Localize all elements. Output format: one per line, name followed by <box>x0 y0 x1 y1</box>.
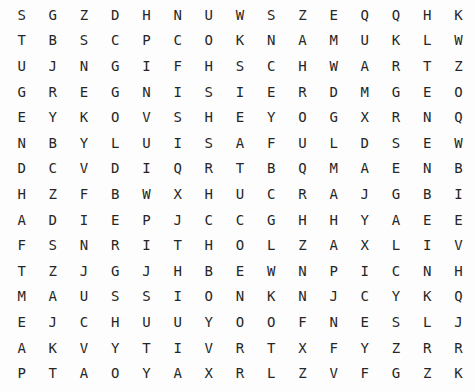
grid-cell[interactable]: P <box>318 258 349 284</box>
grid-cell[interactable]: N <box>256 28 287 54</box>
grid-cell[interactable]: Y <box>131 360 162 386</box>
grid-cell[interactable]: N <box>287 258 318 284</box>
grid-cell[interactable]: G <box>380 79 411 105</box>
grid-cell[interactable]: A <box>318 232 349 258</box>
grid-cell[interactable]: E <box>100 207 131 233</box>
grid-cell[interactable]: N <box>68 53 99 79</box>
grid-cell[interactable]: V <box>68 156 99 182</box>
grid-cell[interactable]: I <box>68 207 99 233</box>
grid-cell[interactable]: G <box>100 258 131 284</box>
grid-cell[interactable]: H <box>443 258 474 284</box>
grid-cell[interactable]: R <box>380 104 411 130</box>
grid-cell[interactable]: F <box>68 181 99 207</box>
grid-cell[interactable]: Z <box>287 232 318 258</box>
grid-cell[interactable]: X <box>193 360 224 386</box>
grid-cell[interactable]: S <box>162 104 193 130</box>
grid-cell[interactable]: H <box>318 207 349 233</box>
grid-cell[interactable]: H <box>412 2 443 28</box>
grid-cell[interactable]: W <box>443 28 474 54</box>
grid-cell[interactable]: L <box>412 309 443 335</box>
grid-cell[interactable]: T <box>6 258 37 284</box>
grid-cell[interactable]: N <box>224 284 255 310</box>
grid-cell[interactable]: U <box>6 53 37 79</box>
grid-cell[interactable]: E <box>6 104 37 130</box>
grid-cell[interactable]: H <box>162 258 193 284</box>
grid-cell[interactable]: H <box>131 2 162 28</box>
grid-cell[interactable]: A <box>380 207 411 233</box>
grid-cell[interactable]: R <box>193 156 224 182</box>
grid-cell[interactable]: A <box>318 181 349 207</box>
grid-cell[interactable]: G <box>256 207 287 233</box>
grid-cell[interactable]: D <box>349 130 380 156</box>
grid-cell[interactable]: B <box>412 181 443 207</box>
grid-cell[interactable]: Y <box>349 207 380 233</box>
word-search-grid: SGZDHNUWSZEQQHKTBSCPCOKNAMUKLWUJNGIFHSCH… <box>6 2 474 386</box>
grid-cell[interactable]: E <box>412 207 443 233</box>
grid-cell[interactable]: O <box>193 284 224 310</box>
grid-cell[interactable]: A <box>6 207 37 233</box>
grid-cell[interactable]: A <box>287 28 318 54</box>
grid-cell[interactable]: U <box>68 284 99 310</box>
grid-cell[interactable]: Q <box>349 2 380 28</box>
grid-cell[interactable]: K <box>412 284 443 310</box>
grid-cell[interactable]: B <box>193 258 224 284</box>
grid-cell[interactable]: G <box>100 53 131 79</box>
grid-cell[interactable]: U <box>131 309 162 335</box>
grid-cell[interactable]: D <box>6 156 37 182</box>
grid-cell[interactable]: J <box>318 284 349 310</box>
grid-cell[interactable]: N <box>68 232 99 258</box>
grid-cell[interactable]: C <box>349 284 380 310</box>
grid-cell[interactable]: Z <box>380 335 411 361</box>
grid-cell[interactable]: S <box>193 130 224 156</box>
grid-cell[interactable]: S <box>6 2 37 28</box>
grid-cell[interactable]: N <box>162 2 193 28</box>
grid-cell[interactable]: J <box>131 258 162 284</box>
grid-cell[interactable]: E <box>224 258 255 284</box>
grid-cell[interactable]: H <box>6 181 37 207</box>
grid-cell[interactable]: E <box>412 130 443 156</box>
grid-cell[interactable]: J <box>37 309 68 335</box>
grid-cell[interactable]: C <box>37 156 68 182</box>
grid-cell[interactable]: J <box>349 181 380 207</box>
grid-cell[interactable]: Z <box>287 2 318 28</box>
grid-cell[interactable]: R <box>37 79 68 105</box>
grid-cell[interactable]: E <box>6 309 37 335</box>
grid-cell[interactable]: L <box>412 28 443 54</box>
grid-cell[interactable]: Q <box>443 104 474 130</box>
grid-cell[interactable]: R <box>443 335 474 361</box>
grid-cell[interactable]: E <box>318 2 349 28</box>
grid-cell[interactable]: V <box>193 335 224 361</box>
grid-cell[interactable]: U <box>224 181 255 207</box>
grid-cell[interactable]: U <box>162 309 193 335</box>
grid-cell[interactable]: U <box>349 28 380 54</box>
grid-cell[interactable]: M <box>318 28 349 54</box>
grid-cell[interactable]: X <box>162 181 193 207</box>
grid-cell[interactable]: A <box>162 360 193 386</box>
grid-cell[interactable]: F <box>256 130 287 156</box>
grid-cell[interactable]: R <box>224 335 255 361</box>
grid-cell[interactable]: N <box>6 130 37 156</box>
grid-cell[interactable]: Q <box>380 2 411 28</box>
grid-cell[interactable]: G <box>380 360 411 386</box>
grid-cell[interactable]: U <box>287 130 318 156</box>
grid-cell[interactable]: X <box>349 232 380 258</box>
grid-cell[interactable]: I <box>162 130 193 156</box>
grid-cell[interactable]: L <box>380 232 411 258</box>
grid-cell[interactable]: A <box>349 53 380 79</box>
grid-cell[interactable]: I <box>162 79 193 105</box>
grid-cell[interactable]: A <box>349 156 380 182</box>
grid-cell[interactable]: A <box>6 335 37 361</box>
grid-cell[interactable]: B <box>37 130 68 156</box>
grid-cell[interactable]: D <box>100 2 131 28</box>
grid-cell[interactable]: N <box>131 79 162 105</box>
grid-cell[interactable]: I <box>224 79 255 105</box>
grid-cell[interactable]: E <box>443 207 474 233</box>
grid-cell[interactable]: T <box>131 335 162 361</box>
grid-cell[interactable]: V <box>318 360 349 386</box>
grid-cell[interactable]: I <box>131 53 162 79</box>
grid-cell[interactable]: H <box>287 207 318 233</box>
grid-cell[interactable]: X <box>349 104 380 130</box>
grid-cell[interactable]: D <box>37 207 68 233</box>
grid-cell[interactable]: J <box>68 258 99 284</box>
grid-cell[interactable]: E <box>224 104 255 130</box>
grid-cell[interactable]: H <box>193 232 224 258</box>
grid-cell[interactable]: K <box>443 2 474 28</box>
grid-cell[interactable]: N <box>287 284 318 310</box>
grid-cell[interactable]: E <box>256 79 287 105</box>
grid-cell[interactable]: B <box>37 28 68 54</box>
grid-cell[interactable]: M <box>349 79 380 105</box>
grid-cell[interactable]: U <box>193 2 224 28</box>
grid-cell[interactable]: N <box>318 309 349 335</box>
grid-cell[interactable]: C <box>256 53 287 79</box>
grid-cell[interactable]: K <box>380 28 411 54</box>
grid-cell[interactable]: F <box>318 335 349 361</box>
grid-cell[interactable]: Q <box>162 156 193 182</box>
grid-cell[interactable]: S <box>224 53 255 79</box>
grid-cell[interactable]: A <box>37 284 68 310</box>
grid-cell[interactable]: P <box>6 360 37 386</box>
grid-cell[interactable]: P <box>131 207 162 233</box>
grid-cell[interactable]: F <box>6 232 37 258</box>
grid-cell[interactable]: H <box>193 104 224 130</box>
grid-cell[interactable]: Y <box>100 335 131 361</box>
grid-cell[interactable]: R <box>287 79 318 105</box>
grid-cell[interactable]: N <box>412 104 443 130</box>
grid-cell[interactable]: Q <box>443 284 474 310</box>
grid-cell[interactable]: M <box>6 284 37 310</box>
grid-cell[interactable]: V <box>131 104 162 130</box>
grid-cell[interactable]: H <box>287 53 318 79</box>
grid-cell[interactable]: Y <box>256 104 287 130</box>
grid-cell[interactable]: C <box>193 207 224 233</box>
grid-cell[interactable]: V <box>68 335 99 361</box>
grid-cell[interactable]: I <box>412 232 443 258</box>
grid-cell[interactable]: S <box>380 130 411 156</box>
grid-cell[interactable]: J <box>37 53 68 79</box>
grid-cell[interactable]: T <box>37 360 68 386</box>
grid-cell[interactable]: B <box>443 156 474 182</box>
grid-cell[interactable]: D <box>318 79 349 105</box>
grid-cell[interactable]: Z <box>412 360 443 386</box>
grid-cell[interactable]: L <box>256 232 287 258</box>
grid-cell[interactable]: O <box>256 309 287 335</box>
grid-cell[interactable]: N <box>412 258 443 284</box>
grid-cell[interactable]: S <box>193 79 224 105</box>
grid-cell[interactable]: Z <box>37 258 68 284</box>
grid-cell[interactable]: Z <box>68 2 99 28</box>
grid-cell[interactable]: C <box>68 309 99 335</box>
grid-cell[interactable]: G <box>6 79 37 105</box>
grid-cell[interactable]: V <box>443 232 474 258</box>
grid-cell[interactable]: I <box>131 232 162 258</box>
grid-cell[interactable]: Z <box>443 53 474 79</box>
grid-cell[interactable]: C <box>380 258 411 284</box>
grid-cell[interactable]: O <box>443 79 474 105</box>
grid-cell[interactable]: O <box>100 104 131 130</box>
grid-cell[interactable]: O <box>193 28 224 54</box>
grid-cell[interactable]: Z <box>37 181 68 207</box>
grid-cell[interactable]: I <box>349 258 380 284</box>
grid-cell[interactable]: C <box>162 28 193 54</box>
grid-cell[interactable]: T <box>412 53 443 79</box>
grid-cell[interactable]: X <box>287 335 318 361</box>
grid-cell[interactable]: S <box>68 28 99 54</box>
grid-cell[interactable]: L <box>100 130 131 156</box>
grid-cell[interactable]: R <box>100 232 131 258</box>
grid-cell[interactable]: J <box>162 207 193 233</box>
grid-cell[interactable]: E <box>349 309 380 335</box>
grid-cell[interactable]: K <box>37 335 68 361</box>
grid-cell[interactable]: I <box>162 335 193 361</box>
grid-cell[interactable]: Y <box>193 309 224 335</box>
grid-cell[interactable]: W <box>443 130 474 156</box>
grid-cell[interactable]: G <box>380 181 411 207</box>
grid-cell[interactable]: I <box>162 284 193 310</box>
grid-cell[interactable]: S <box>100 284 131 310</box>
grid-cell[interactable]: A <box>68 360 99 386</box>
grid-cell[interactable]: G <box>37 2 68 28</box>
grid-cell[interactable]: G <box>100 79 131 105</box>
grid-cell[interactable]: T <box>162 232 193 258</box>
grid-cell[interactable]: F <box>287 309 318 335</box>
grid-cell[interactable]: R <box>412 335 443 361</box>
grid-cell[interactable]: F <box>162 53 193 79</box>
grid-cell[interactable]: O <box>224 309 255 335</box>
grid-cell[interactable]: S <box>131 284 162 310</box>
grid-cell[interactable]: H <box>100 309 131 335</box>
grid-cell[interactable]: Y <box>37 104 68 130</box>
grid-cell[interactable]: T <box>6 28 37 54</box>
grid-cell[interactable]: C <box>256 181 287 207</box>
grid-cell[interactable]: I <box>443 181 474 207</box>
grid-cell[interactable]: E <box>380 156 411 182</box>
grid-cell[interactable]: S <box>256 2 287 28</box>
grid-cell[interactable]: K <box>443 360 474 386</box>
grid-cell[interactable]: W <box>256 258 287 284</box>
grid-cell[interactable]: E <box>68 79 99 105</box>
grid-cell[interactable]: P <box>131 28 162 54</box>
grid-cell[interactable]: Z <box>287 360 318 386</box>
grid-cell[interactable]: O <box>287 104 318 130</box>
grid-cell[interactable]: R <box>224 360 255 386</box>
grid-cell[interactable]: H <box>193 181 224 207</box>
grid-cell[interactable]: A <box>224 130 255 156</box>
grid-cell[interactable]: K <box>68 104 99 130</box>
grid-cell[interactable]: C <box>224 207 255 233</box>
grid-cell[interactable]: J <box>443 309 474 335</box>
grid-cell[interactable]: C <box>100 28 131 54</box>
grid-cell[interactable]: O <box>100 360 131 386</box>
grid-cell[interactable]: O <box>224 232 255 258</box>
grid-cell[interactable]: T <box>224 156 255 182</box>
grid-cell[interactable]: B <box>100 181 131 207</box>
grid-cell[interactable]: E <box>412 79 443 105</box>
grid-cell[interactable]: K <box>256 284 287 310</box>
grid-cell[interactable]: S <box>37 232 68 258</box>
grid-cell[interactable]: I <box>131 156 162 182</box>
grid-cell[interactable]: K <box>224 28 255 54</box>
grid-cell[interactable]: Y <box>380 284 411 310</box>
grid-cell[interactable]: S <box>380 309 411 335</box>
grid-cell[interactable]: W <box>131 181 162 207</box>
grid-cell[interactable]: T <box>256 335 287 361</box>
grid-cell[interactable]: M <box>318 156 349 182</box>
grid-cell[interactable]: Y <box>68 130 99 156</box>
grid-cell[interactable]: R <box>287 181 318 207</box>
grid-cell[interactable]: Y <box>349 335 380 361</box>
grid-cell[interactable]: W <box>318 53 349 79</box>
grid-cell[interactable]: R <box>380 53 411 79</box>
grid-cell[interactable]: L <box>318 130 349 156</box>
grid-cell[interactable]: H <box>193 53 224 79</box>
grid-cell[interactable]: L <box>256 360 287 386</box>
grid-cell[interactable]: F <box>349 360 380 386</box>
grid-cell[interactable]: N <box>412 156 443 182</box>
grid-cell[interactable]: G <box>318 104 349 130</box>
grid-cell[interactable]: U <box>131 130 162 156</box>
grid-cell[interactable]: W <box>224 2 255 28</box>
grid-cell[interactable]: B <box>256 156 287 182</box>
grid-cell[interactable]: Q <box>287 156 318 182</box>
grid-cell[interactable]: D <box>100 156 131 182</box>
